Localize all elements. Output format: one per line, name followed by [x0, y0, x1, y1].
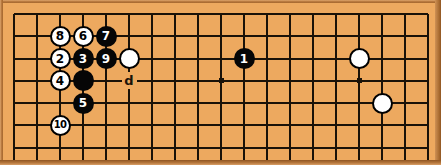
- intersection: [210, 114, 233, 136]
- intersection: [394, 25, 417, 47]
- intersection: [371, 114, 394, 136]
- intersection: [371, 3, 394, 25]
- intersection: [210, 137, 233, 159]
- intersection: [95, 137, 118, 159]
- intersection: [118, 47, 141, 69]
- intersection: [302, 3, 325, 25]
- intersection: [348, 137, 371, 159]
- intersection: [302, 114, 325, 136]
- board-frame-left: [0, 0, 3, 165]
- intersection: [302, 25, 325, 47]
- intersection: [348, 70, 371, 92]
- intersection: [348, 92, 371, 114]
- intersection: [371, 70, 394, 92]
- intersection: [325, 137, 348, 159]
- intersection: [95, 3, 118, 25]
- board-frame-bottom: [0, 160, 441, 165]
- intersection: 5: [72, 92, 95, 114]
- intersection: [3, 114, 26, 136]
- intersection: [256, 92, 279, 114]
- intersection: [141, 137, 164, 159]
- intersection: [141, 25, 164, 47]
- intersection: [164, 47, 187, 69]
- white-stone: [119, 48, 140, 69]
- intersection: [348, 47, 371, 69]
- intersection: [141, 47, 164, 69]
- intersection: [3, 92, 26, 114]
- intersection: [3, 25, 26, 47]
- white-stone: [349, 48, 370, 69]
- intersection: [233, 3, 256, 25]
- intersection: [210, 47, 233, 69]
- board-frame-top: [0, 0, 441, 3]
- intersection: [49, 92, 72, 114]
- intersection: [72, 114, 95, 136]
- intersection: 2: [49, 47, 72, 69]
- intersection: [233, 92, 256, 114]
- intersection: [394, 47, 417, 69]
- star-point: [357, 78, 362, 83]
- intersection: [118, 92, 141, 114]
- intersection: [26, 92, 49, 114]
- intersection: [210, 70, 233, 92]
- intersection: [394, 3, 417, 25]
- intersection: [72, 3, 95, 25]
- intersection: [210, 92, 233, 114]
- intersection: [325, 3, 348, 25]
- white-stone-move-8: 8: [50, 26, 71, 47]
- intersection: [141, 114, 164, 136]
- intersection: [348, 114, 371, 136]
- intersection: [302, 137, 325, 159]
- intersection: [72, 137, 95, 159]
- intersection: [256, 47, 279, 69]
- black-stone-move-3: 3: [73, 48, 94, 69]
- intersection: [233, 137, 256, 159]
- intersection: [95, 70, 118, 92]
- intersection: [141, 3, 164, 25]
- intersection: [118, 25, 141, 47]
- intersection: [279, 47, 302, 69]
- intersection: [210, 3, 233, 25]
- intersection: [233, 25, 256, 47]
- intersection: [302, 92, 325, 114]
- intersection: [164, 25, 187, 47]
- intersection: [187, 25, 210, 47]
- intersection: [26, 137, 49, 159]
- intersection: [164, 92, 187, 114]
- intersection: 9: [95, 47, 118, 69]
- intersection: [95, 114, 118, 136]
- intersection: 1: [233, 47, 256, 69]
- intersection: [118, 3, 141, 25]
- intersection: [233, 70, 256, 92]
- intersection: [302, 47, 325, 69]
- intersection: [371, 137, 394, 159]
- intersection: [26, 114, 49, 136]
- intersection: [279, 70, 302, 92]
- intersection: [325, 70, 348, 92]
- intersection: [49, 3, 72, 25]
- intersection: [118, 137, 141, 159]
- intersection: [371, 47, 394, 69]
- intersection: [256, 114, 279, 136]
- black-stone-move-5: 5: [73, 93, 94, 114]
- intersection: 4: [49, 70, 72, 92]
- intersection: [187, 47, 210, 69]
- intersection: [233, 114, 256, 136]
- intersection: 3: [72, 47, 95, 69]
- intersection: [279, 137, 302, 159]
- intersection: [256, 25, 279, 47]
- board-frame-right: [435, 0, 441, 165]
- black-stone-move-7: 7: [96, 26, 117, 47]
- star-point: [219, 78, 224, 83]
- black-stone-move-9: 9: [96, 48, 117, 69]
- intersection: d: [118, 70, 141, 92]
- intersection: [187, 92, 210, 114]
- intersection: [325, 114, 348, 136]
- intersection: [325, 92, 348, 114]
- intersection: [187, 114, 210, 136]
- white-stone-move-10: 10: [50, 115, 71, 136]
- intersection: [394, 114, 417, 136]
- intersection: [325, 25, 348, 47]
- intersection: [26, 25, 49, 47]
- intersection: [325, 47, 348, 69]
- intersection: [279, 114, 302, 136]
- intersection: [3, 3, 26, 25]
- intersection: 7: [95, 25, 118, 47]
- intersection: [279, 25, 302, 47]
- intersection: [371, 25, 394, 47]
- white-stone-move-4: 4: [50, 70, 71, 91]
- intersection: [348, 3, 371, 25]
- intersection: [26, 70, 49, 92]
- point-letter-d: d: [122, 72, 137, 89]
- white-stone-move-2: 2: [50, 48, 71, 69]
- intersection: [164, 114, 187, 136]
- intersection: [210, 25, 233, 47]
- intersection: [348, 25, 371, 47]
- intersection: [187, 3, 210, 25]
- intersection: [279, 3, 302, 25]
- intersection: [187, 70, 210, 92]
- intersection: [302, 70, 325, 92]
- intersection: [141, 92, 164, 114]
- intersection: [371, 92, 394, 114]
- intersection: [3, 70, 26, 92]
- intersection: 10: [49, 114, 72, 136]
- intersection: 8: [49, 25, 72, 47]
- intersection: [3, 47, 26, 69]
- intersection: [279, 92, 302, 114]
- go-board-grid: 86723914d510: [3, 3, 440, 159]
- intersection: [26, 47, 49, 69]
- intersection: [26, 3, 49, 25]
- intersection: [256, 3, 279, 25]
- intersection: [164, 137, 187, 159]
- black-stone: [73, 70, 94, 91]
- intersection: [256, 70, 279, 92]
- white-stone-move-6: 6: [73, 26, 94, 47]
- intersection: [164, 70, 187, 92]
- white-stone: [372, 93, 393, 114]
- intersection: [95, 92, 118, 114]
- intersection: 6: [72, 25, 95, 47]
- intersection: [141, 70, 164, 92]
- go-board-diagram: 86723914d510: [0, 0, 441, 165]
- intersection: [394, 92, 417, 114]
- intersection: [256, 137, 279, 159]
- black-stone-move-1: 1: [234, 48, 255, 69]
- intersection: [187, 137, 210, 159]
- intersection: [118, 114, 141, 136]
- intersection: [3, 137, 26, 159]
- intersection: [394, 70, 417, 92]
- intersection: [394, 137, 417, 159]
- intersection: [164, 3, 187, 25]
- intersection: [72, 70, 95, 92]
- intersection: [49, 137, 72, 159]
